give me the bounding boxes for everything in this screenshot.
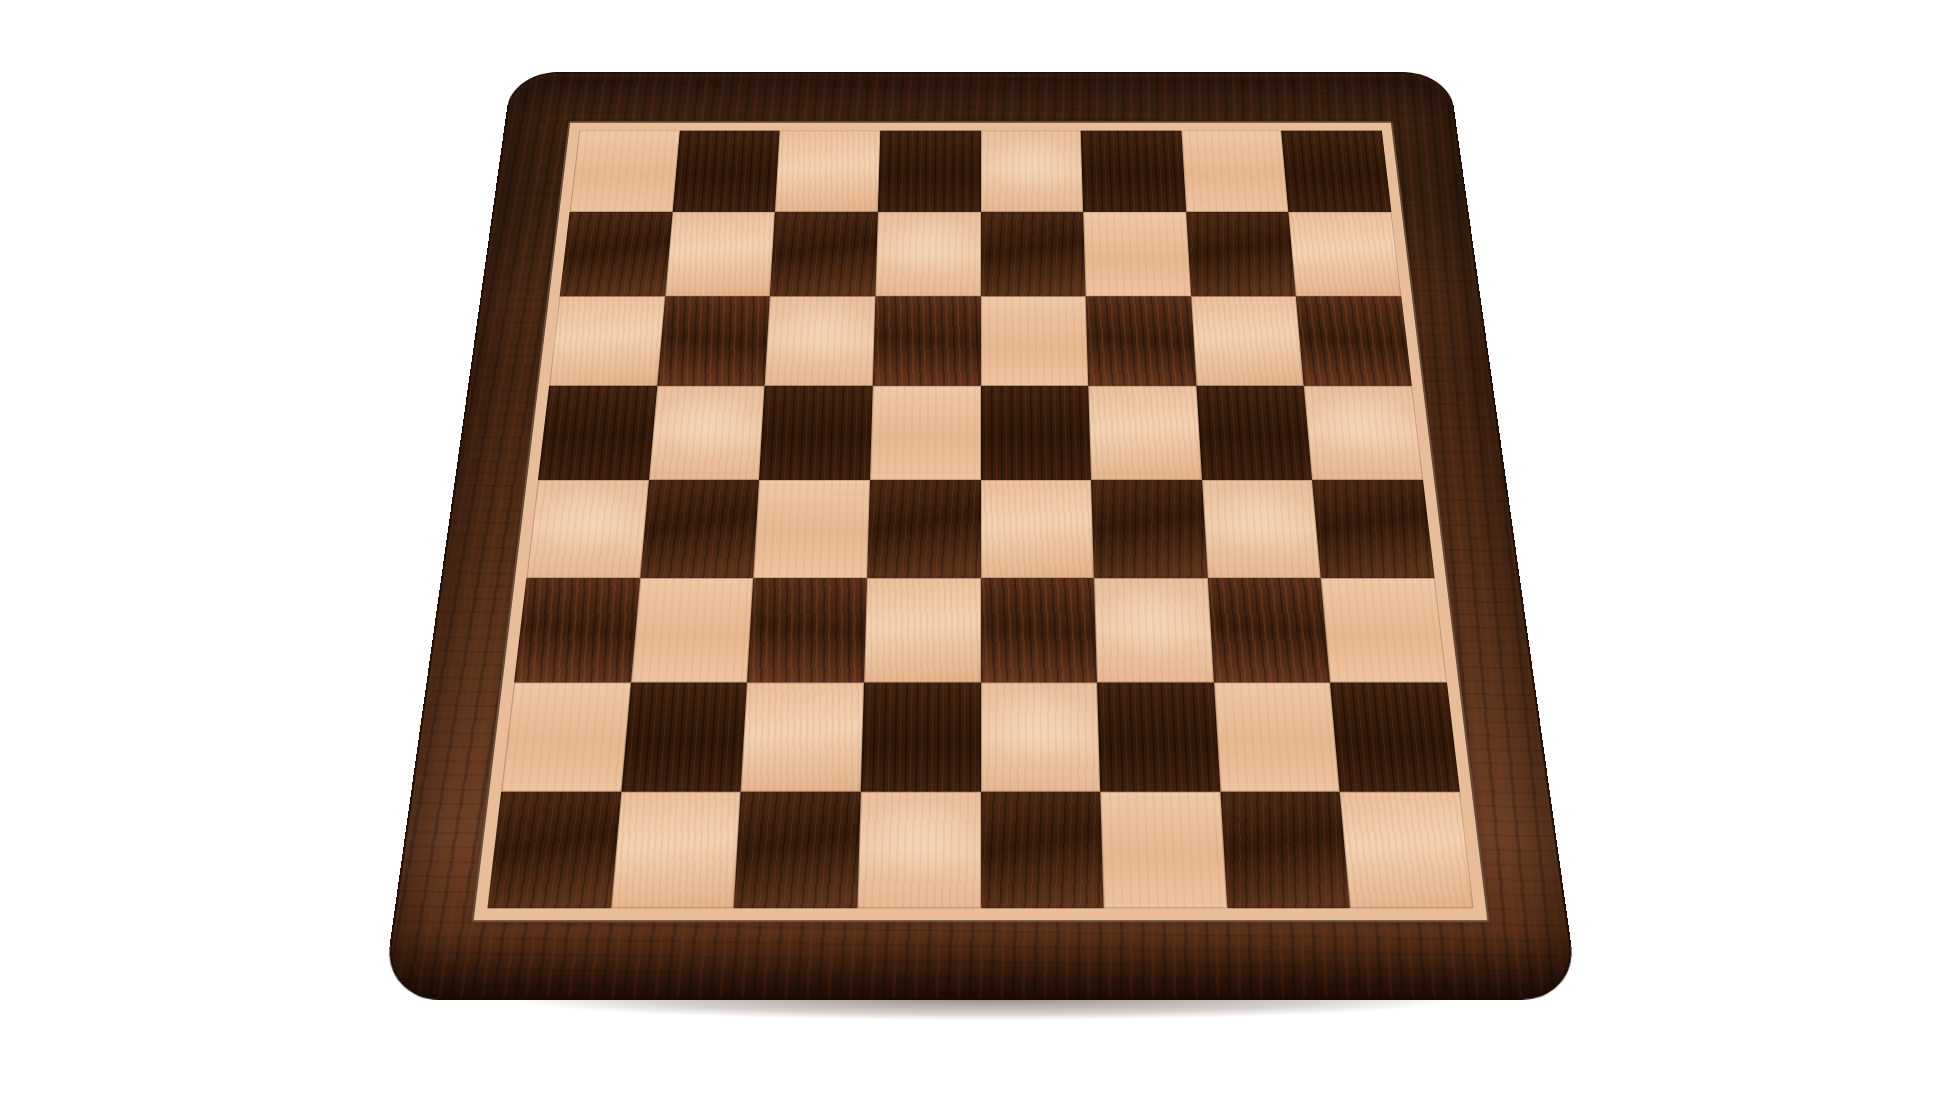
square-a1 (487, 792, 621, 908)
square-f2 (1097, 682, 1220, 792)
product-photo-stage (0, 0, 1946, 1096)
square-c8 (775, 131, 880, 212)
square-c5 (759, 386, 872, 480)
square-h2 (1330, 682, 1460, 792)
square-e8 (981, 131, 1084, 212)
square-f8 (1081, 131, 1186, 212)
square-e3 (981, 578, 1098, 682)
board-grid (487, 131, 1473, 909)
square-e5 (981, 386, 1092, 480)
square-h8 (1281, 131, 1391, 212)
square-g4 (1202, 480, 1321, 579)
square-d6 (873, 297, 981, 386)
square-d5 (870, 386, 981, 480)
square-e1 (981, 792, 1104, 908)
square-b6 (657, 297, 770, 386)
square-g6 (1191, 297, 1304, 386)
square-b7 (665, 212, 775, 297)
square-e7 (981, 212, 1086, 297)
square-e6 (981, 297, 1089, 386)
square-e2 (981, 682, 1101, 792)
square-a7 (560, 212, 673, 297)
square-g3 (1208, 578, 1331, 682)
square-b4 (640, 480, 759, 579)
square-f3 (1094, 578, 1214, 682)
square-h1 (1340, 792, 1474, 908)
square-h5 (1304, 386, 1423, 480)
square-d8 (878, 131, 981, 212)
square-g7 (1186, 212, 1296, 297)
square-a5 (538, 386, 657, 480)
square-b8 (672, 131, 779, 212)
square-a4 (526, 480, 648, 579)
square-c3 (747, 578, 867, 682)
chess-board (382, 72, 1579, 1000)
square-f4 (1091, 480, 1207, 579)
square-g1 (1220, 792, 1350, 908)
square-h6 (1296, 297, 1412, 386)
square-f7 (1083, 212, 1191, 297)
square-c7 (770, 212, 878, 297)
square-b2 (621, 682, 747, 792)
square-f1 (1100, 792, 1227, 908)
square-e4 (981, 480, 1095, 579)
square-c1 (734, 792, 861, 908)
square-d3 (864, 578, 981, 682)
square-c6 (765, 297, 875, 386)
square-c2 (741, 682, 864, 792)
square-c4 (753, 480, 869, 579)
square-g5 (1196, 386, 1312, 480)
square-h4 (1312, 480, 1434, 579)
square-f6 (1086, 297, 1196, 386)
square-a3 (514, 578, 640, 682)
square-a2 (501, 682, 631, 792)
square-f5 (1088, 386, 1201, 480)
square-d1 (857, 792, 980, 908)
square-d4 (867, 480, 981, 579)
square-g2 (1214, 682, 1340, 792)
square-b1 (611, 792, 741, 908)
square-d7 (875, 212, 980, 297)
square-a8 (570, 131, 680, 212)
square-h7 (1289, 212, 1402, 297)
square-d2 (861, 682, 981, 792)
square-b5 (649, 386, 765, 480)
square-g8 (1181, 131, 1288, 212)
board-playing-field (471, 121, 1490, 922)
square-a6 (549, 297, 665, 386)
square-b3 (631, 578, 754, 682)
square-h3 (1321, 578, 1447, 682)
